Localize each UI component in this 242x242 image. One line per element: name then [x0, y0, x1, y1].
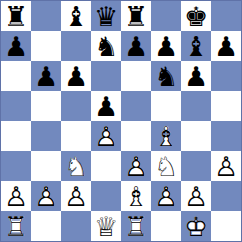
square-b5[interactable]: [31, 91, 61, 121]
white-piece-outline: ♗: [121, 181, 151, 211]
black-pawn-piece[interactable]: ♟: [181, 61, 211, 91]
white-piece-outline: ♔: [181, 211, 211, 241]
black-knight-piece[interactable]: ♞: [151, 61, 181, 91]
square-e3[interactable]: ♟♙: [121, 151, 151, 181]
black-queen-piece[interactable]: ♛: [91, 1, 121, 31]
white-pawn-piece[interactable]: ♟♙: [91, 121, 121, 151]
square-a4[interactable]: [1, 121, 31, 151]
white-king-piece[interactable]: ♚♔: [181, 211, 211, 241]
square-a1[interactable]: ♜♖: [1, 211, 31, 241]
white-piece-outline: ♕: [91, 211, 121, 241]
square-a8[interactable]: ♜: [1, 1, 31, 31]
square-h6[interactable]: [211, 61, 241, 91]
square-g2[interactable]: ♟♙: [181, 181, 211, 211]
square-c1[interactable]: [61, 211, 91, 241]
white-piece-outline: ♙: [1, 181, 31, 211]
square-g5[interactable]: [181, 91, 211, 121]
black-pawn-piece[interactable]: ♟: [1, 31, 31, 61]
square-f6[interactable]: ♞: [151, 61, 181, 91]
square-d2[interactable]: [91, 181, 121, 211]
square-h1[interactable]: [211, 211, 241, 241]
square-h2[interactable]: [211, 181, 241, 211]
white-piece-outline: ♙: [151, 181, 181, 211]
square-d7[interactable]: ♞: [91, 31, 121, 61]
white-piece-outline: ♘: [151, 151, 181, 181]
square-d1[interactable]: ♛♕: [91, 211, 121, 241]
square-a2[interactable]: ♟♙: [1, 181, 31, 211]
square-f5[interactable]: [151, 91, 181, 121]
square-g6[interactable]: ♟: [181, 61, 211, 91]
white-pawn-piece[interactable]: ♟♙: [31, 181, 61, 211]
square-a7[interactable]: ♟: [1, 31, 31, 61]
square-h7[interactable]: ♟: [211, 31, 241, 61]
square-c2[interactable]: ♟♙: [61, 181, 91, 211]
white-pawn-piece[interactable]: ♟♙: [181, 181, 211, 211]
black-knight-piece[interactable]: ♞: [91, 31, 121, 61]
white-pawn-piece[interactable]: ♟♙: [61, 181, 91, 211]
white-piece-outline: ♙: [121, 151, 151, 181]
black-pawn-piece[interactable]: ♟: [31, 61, 61, 91]
square-d5[interactable]: ♟: [91, 91, 121, 121]
square-h5[interactable]: [211, 91, 241, 121]
square-b8[interactable]: [31, 1, 61, 31]
square-b3[interactable]: [31, 151, 61, 181]
square-f4[interactable]: ♝♗: [151, 121, 181, 151]
square-b2[interactable]: ♟♙: [31, 181, 61, 211]
square-g4[interactable]: [181, 121, 211, 151]
square-c7[interactable]: [61, 31, 91, 61]
square-g8[interactable]: ♚: [181, 1, 211, 31]
white-piece-outline: ♖: [121, 211, 151, 241]
square-f2[interactable]: ♟♙: [151, 181, 181, 211]
white-piece-outline: ♖: [1, 211, 31, 241]
white-piece-outline: ♙: [31, 181, 61, 211]
square-d4[interactable]: ♟♙: [91, 121, 121, 151]
black-king-piece[interactable]: ♚: [181, 1, 211, 31]
square-e7[interactable]: ♟: [121, 31, 151, 61]
white-piece-outline: ♘: [61, 151, 91, 181]
white-queen-piece[interactable]: ♛♕: [91, 211, 121, 241]
square-a6[interactable]: [1, 61, 31, 91]
square-c4[interactable]: [61, 121, 91, 151]
black-bishop-piece[interactable]: ♝: [61, 1, 91, 31]
square-e6[interactable]: [121, 61, 151, 91]
square-d3[interactable]: [91, 151, 121, 181]
white-pawn-piece[interactable]: ♟♙: [151, 181, 181, 211]
square-b7[interactable]: [31, 31, 61, 61]
white-pawn-piece[interactable]: ♟♙: [211, 151, 241, 181]
white-piece-outline: ♙: [91, 121, 121, 151]
white-piece-outline: ♙: [211, 151, 241, 181]
white-knight-piece[interactable]: ♞♘: [61, 151, 91, 181]
square-c6[interactable]: ♟: [61, 61, 91, 91]
white-rook-piece[interactable]: ♜♖: [121, 211, 151, 241]
square-b6[interactable]: ♟: [31, 61, 61, 91]
square-g1[interactable]: ♚♔: [181, 211, 211, 241]
square-e5[interactable]: [121, 91, 151, 121]
square-e8[interactable]: ♜: [121, 1, 151, 31]
square-c8[interactable]: ♝: [61, 1, 91, 31]
chess-board: ♜♝♛♜♚♟♞♟♟♝♟♟♟♞♟♟♟♙♝♗♞♘♟♙♞♘♟♙♟♙♟♙♟♙♝♗♟♙♟♙…: [0, 0, 242, 242]
square-e2[interactable]: ♝♗: [121, 181, 151, 211]
white-bishop-piece[interactable]: ♝♗: [151, 121, 181, 151]
square-c3[interactable]: ♞♘: [61, 151, 91, 181]
white-piece-outline: ♗: [151, 121, 181, 151]
square-e4[interactable]: [121, 121, 151, 151]
square-h4[interactable]: [211, 121, 241, 151]
square-h3[interactable]: ♟♙: [211, 151, 241, 181]
square-b1[interactable]: [31, 211, 61, 241]
white-pawn-piece[interactable]: ♟♙: [1, 181, 31, 211]
black-rook-piece[interactable]: ♜: [1, 1, 31, 31]
square-f8[interactable]: [151, 1, 181, 31]
square-a5[interactable]: [1, 91, 31, 121]
square-e1[interactable]: ♜♖: [121, 211, 151, 241]
white-bishop-piece[interactable]: ♝♗: [121, 181, 151, 211]
square-f1[interactable]: [151, 211, 181, 241]
black-pawn-piece[interactable]: ♟: [91, 91, 121, 121]
black-pawn-piece[interactable]: ♟: [151, 31, 181, 61]
square-d6[interactable]: [91, 61, 121, 91]
square-g3[interactable]: [181, 151, 211, 181]
square-d8[interactable]: ♛: [91, 1, 121, 31]
square-a3[interactable]: [1, 151, 31, 181]
white-knight-piece[interactable]: ♞♘: [151, 151, 181, 181]
square-h8[interactable]: [211, 1, 241, 31]
black-rook-piece[interactable]: ♜: [121, 1, 151, 31]
square-f3[interactable]: ♞♘: [151, 151, 181, 181]
black-pawn-piece[interactable]: ♟: [121, 31, 151, 61]
black-bishop-piece[interactable]: ♝: [181, 31, 211, 61]
square-f7[interactable]: ♟: [151, 31, 181, 61]
black-pawn-piece[interactable]: ♟: [61, 61, 91, 91]
white-piece-outline: ♙: [181, 181, 211, 211]
white-pawn-piece[interactable]: ♟♙: [121, 151, 151, 181]
white-rook-piece[interactable]: ♜♖: [1, 211, 31, 241]
square-b4[interactable]: [31, 121, 61, 151]
square-g7[interactable]: ♝: [181, 31, 211, 61]
black-pawn-piece[interactable]: ♟: [211, 31, 241, 61]
white-piece-outline: ♙: [61, 181, 91, 211]
square-c5[interactable]: [61, 91, 91, 121]
